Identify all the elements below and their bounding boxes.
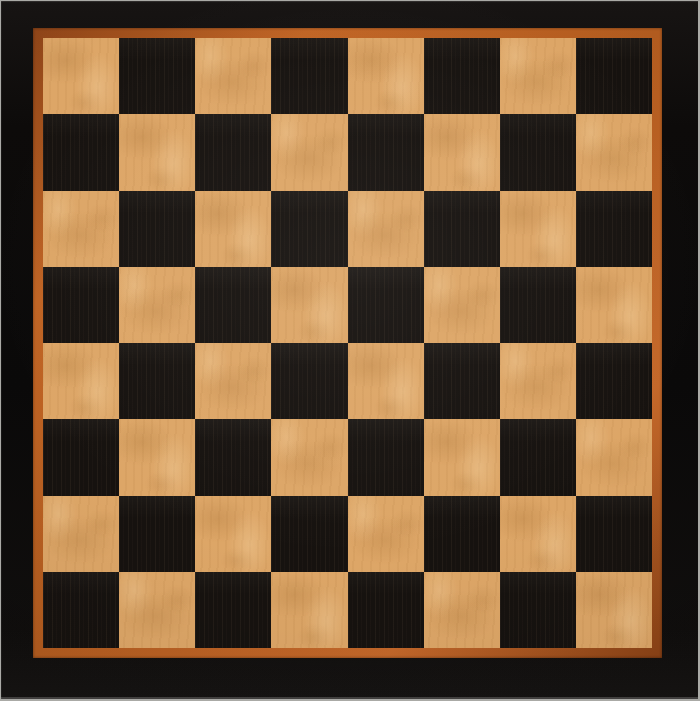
square-d6[interactable] <box>271 191 347 267</box>
square-d5[interactable] <box>271 267 347 343</box>
square-f7[interactable] <box>424 114 500 190</box>
square-h6[interactable] <box>576 191 652 267</box>
square-b7[interactable] <box>119 114 195 190</box>
square-b5[interactable] <box>119 267 195 343</box>
square-c4[interactable] <box>195 343 271 419</box>
square-e7[interactable] <box>348 114 424 190</box>
square-h4[interactable] <box>576 343 652 419</box>
square-f1[interactable] <box>424 572 500 648</box>
square-f5[interactable] <box>424 267 500 343</box>
square-g6[interactable] <box>500 191 576 267</box>
square-b6[interactable] <box>119 191 195 267</box>
square-f2[interactable] <box>424 496 500 572</box>
square-a1[interactable] <box>43 572 119 648</box>
square-d7[interactable] <box>271 114 347 190</box>
square-h7[interactable] <box>576 114 652 190</box>
square-f4[interactable] <box>424 343 500 419</box>
square-b1[interactable] <box>119 572 195 648</box>
square-g7[interactable] <box>500 114 576 190</box>
square-a2[interactable] <box>43 496 119 572</box>
square-h5[interactable] <box>576 267 652 343</box>
square-g2[interactable] <box>500 496 576 572</box>
square-c2[interactable] <box>195 496 271 572</box>
square-a8[interactable] <box>43 38 119 114</box>
chess-board <box>1 1 698 699</box>
square-d3[interactable] <box>271 419 347 495</box>
board-grid <box>43 38 652 648</box>
square-h1[interactable] <box>576 572 652 648</box>
square-d2[interactable] <box>271 496 347 572</box>
square-h2[interactable] <box>576 496 652 572</box>
square-h3[interactable] <box>576 419 652 495</box>
square-c8[interactable] <box>195 38 271 114</box>
board-trim-inlay <box>33 28 662 658</box>
square-a5[interactable] <box>43 267 119 343</box>
square-e4[interactable] <box>348 343 424 419</box>
square-b4[interactable] <box>119 343 195 419</box>
square-f6[interactable] <box>424 191 500 267</box>
square-h8[interactable] <box>576 38 652 114</box>
board-frame <box>1 1 698 699</box>
square-c6[interactable] <box>195 191 271 267</box>
square-g4[interactable] <box>500 343 576 419</box>
square-e2[interactable] <box>348 496 424 572</box>
square-d1[interactable] <box>271 572 347 648</box>
square-c5[interactable] <box>195 267 271 343</box>
square-g1[interactable] <box>500 572 576 648</box>
square-c3[interactable] <box>195 419 271 495</box>
square-a4[interactable] <box>43 343 119 419</box>
square-e8[interactable] <box>348 38 424 114</box>
square-d4[interactable] <box>271 343 347 419</box>
square-a3[interactable] <box>43 419 119 495</box>
square-g3[interactable] <box>500 419 576 495</box>
square-a7[interactable] <box>43 114 119 190</box>
square-e3[interactable] <box>348 419 424 495</box>
square-b2[interactable] <box>119 496 195 572</box>
square-c7[interactable] <box>195 114 271 190</box>
square-f8[interactable] <box>424 38 500 114</box>
square-c1[interactable] <box>195 572 271 648</box>
board-photo <box>0 0 700 701</box>
square-e5[interactable] <box>348 267 424 343</box>
square-g5[interactable] <box>500 267 576 343</box>
square-d8[interactable] <box>271 38 347 114</box>
square-b8[interactable] <box>119 38 195 114</box>
square-b3[interactable] <box>119 419 195 495</box>
square-e6[interactable] <box>348 191 424 267</box>
square-f3[interactable] <box>424 419 500 495</box>
square-e1[interactable] <box>348 572 424 648</box>
square-a6[interactable] <box>43 191 119 267</box>
square-g8[interactable] <box>500 38 576 114</box>
